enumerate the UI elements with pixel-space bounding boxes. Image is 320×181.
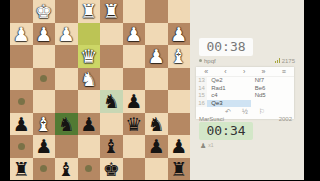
square[interactable]: [78, 158, 101, 181]
legal-move-dot[interactable]: [18, 98, 25, 105]
square[interactable]: [168, 113, 191, 136]
black-knight[interactable]: ♞: [55, 113, 78, 136]
square[interactable]: ♚: [33, 0, 56, 23]
side-panel: 00:38 hpqf 2175 «‹›»≡ 13Qe2Nf714Rad1Be61…: [190, 0, 304, 180]
white-pawn[interactable]: ♟: [10, 23, 33, 46]
white-knight[interactable]: ♞: [78, 68, 101, 91]
legal-move-dot[interactable]: [85, 165, 92, 172]
move-number: 16: [196, 100, 207, 108]
black-pawn[interactable]: ♟: [123, 90, 146, 113]
square[interactable]: ♞: [145, 113, 168, 136]
white-pawn[interactable]: ♟: [145, 45, 168, 68]
white-rook[interactable]: ♜: [100, 0, 123, 23]
square[interactable]: ♝: [33, 113, 56, 136]
resign-button[interactable]: ⚐: [259, 108, 265, 116]
captured-pocket: ♟ x1: [200, 142, 214, 150]
square[interactable]: [10, 0, 33, 23]
player-top-name[interactable]: hpqf: [204, 58, 216, 64]
square[interactable]: [123, 68, 146, 91]
square[interactable]: [55, 45, 78, 68]
legal-move-dot[interactable]: [40, 75, 47, 82]
square[interactable]: ♟: [168, 135, 191, 158]
takeback-button[interactable]: ↶: [225, 108, 231, 116]
white-move[interactable]: c4: [207, 92, 250, 100]
square[interactable]: [123, 135, 146, 158]
square[interactable]: ♝: [55, 158, 78, 181]
black-pawn[interactable]: ♟: [145, 135, 168, 158]
white-pawn[interactable]: ♟: [168, 23, 191, 46]
white-queen[interactable]: ♛: [78, 45, 101, 68]
square[interactable]: ♟: [123, 23, 146, 46]
square[interactable]: ♛: [123, 113, 146, 136]
legal-move-dot[interactable]: [18, 143, 25, 150]
last-move-button[interactable]: »: [262, 67, 266, 76]
square[interactable]: ♞: [78, 68, 101, 91]
square[interactable]: [168, 0, 191, 23]
black-bishop[interactable]: ♝: [55, 158, 78, 181]
white-move[interactable]: Qe3: [207, 100, 250, 108]
square[interactable]: [55, 68, 78, 91]
black-rook[interactable]: ♜: [168, 158, 191, 181]
black-knight[interactable]: ♞: [100, 90, 123, 113]
signal-bars-icon: [275, 58, 281, 64]
white-pawn[interactable]: ♟: [33, 23, 56, 46]
black-move[interactable]: Be6: [251, 85, 294, 93]
black-pawn[interactable]: ♟: [78, 113, 101, 136]
prev-move-button[interactable]: ‹: [224, 67, 226, 76]
black-queen[interactable]: ♛: [123, 113, 146, 136]
square[interactable]: [33, 68, 56, 91]
player-top-rating: 2175: [275, 58, 295, 64]
square[interactable]: [33, 45, 56, 68]
white-king[interactable]: ♚: [33, 0, 56, 23]
square[interactable]: ♜: [78, 0, 101, 23]
move-list: «‹›»≡ 13Qe2Nf714Rad1Be615c4Nd516Qe3 ↶ ½ …: [196, 67, 294, 119]
square[interactable]: [10, 135, 33, 158]
square[interactable]: ♟: [33, 23, 56, 46]
white-bishop[interactable]: ♝: [168, 45, 191, 68]
app-window: ♚♜♜♟♟♟♟♟♛♟♝♞♞♟♟♝♞♟♛♞♟♝♟♟♜♝♚♜ 00:38 hpqf …: [0, 0, 320, 180]
square[interactable]: ♜: [100, 0, 123, 23]
first-move-button[interactable]: «: [204, 67, 208, 76]
black-bishop[interactable]: ♝: [100, 135, 123, 158]
player-top-row: hpqf 2175: [199, 58, 295, 66]
black-king[interactable]: ♚: [100, 158, 123, 181]
square[interactable]: ♟: [145, 45, 168, 68]
square[interactable]: [168, 90, 191, 113]
white-pawn[interactable]: ♟: [55, 23, 78, 46]
square[interactable]: ♝: [168, 45, 191, 68]
game-actions: ↶ ½ ⚐: [196, 107, 294, 116]
square[interactable]: ♟: [33, 135, 56, 158]
black-knight[interactable]: ♞: [145, 113, 168, 136]
square[interactable]: [145, 68, 168, 91]
square[interactable]: [145, 90, 168, 113]
square[interactable]: ♟: [55, 23, 78, 46]
move-row: 15c4Nd5: [196, 92, 294, 100]
square[interactable]: ♟: [78, 113, 101, 136]
black-rook[interactable]: ♜: [10, 158, 33, 181]
black-pawn[interactable]: ♟: [10, 113, 33, 136]
black-pawn[interactable]: ♟: [33, 135, 56, 158]
move-number: 14: [196, 85, 207, 93]
square[interactable]: ♟: [168, 23, 191, 46]
square[interactable]: ♟: [10, 23, 33, 46]
square[interactable]: ♟: [10, 113, 33, 136]
square[interactable]: [55, 0, 78, 23]
square[interactable]: [10, 90, 33, 113]
next-move-button[interactable]: ›: [243, 67, 245, 76]
online-dot: [199, 59, 202, 62]
player-bottom-rating: 2002: [279, 116, 292, 122]
square[interactable]: [100, 113, 123, 136]
square[interactable]: [33, 158, 56, 181]
square[interactable]: [55, 90, 78, 113]
square[interactable]: [55, 135, 78, 158]
square[interactable]: [100, 45, 123, 68]
square[interactable]: [145, 23, 168, 46]
black-move[interactable]: Nf7: [251, 77, 294, 85]
clock-bottom: 00:34: [199, 122, 253, 140]
move-number: 15: [196, 92, 207, 100]
white-move[interactable]: Rad1: [207, 85, 250, 93]
black-pawn[interactable]: ♟: [168, 135, 191, 158]
square[interactable]: ♜: [10, 158, 33, 181]
black-move[interactable]: [251, 100, 294, 108]
square[interactable]: [100, 23, 123, 46]
move-row: 14Rad1Be6: [196, 85, 294, 93]
square[interactable]: [145, 158, 168, 181]
square[interactable]: [10, 68, 33, 91]
move-row: 13Qe2Nf7: [196, 77, 294, 85]
menu-icon[interactable]: ≡: [282, 67, 286, 76]
square[interactable]: [33, 90, 56, 113]
square[interactable]: ♜: [168, 158, 191, 181]
square[interactable]: [168, 68, 191, 91]
legal-move-dot[interactable]: [40, 165, 47, 172]
square[interactable]: [10, 45, 33, 68]
square[interactable]: ♞: [55, 113, 78, 136]
white-bishop[interactable]: ♝: [33, 113, 56, 136]
square[interactable]: [145, 0, 168, 23]
square[interactable]: ♛: [78, 45, 101, 68]
chess-board[interactable]: ♚♜♜♟♟♟♟♟♛♟♝♞♞♟♟♝♞♟♛♞♟♝♟♟♜♝♚♜: [10, 0, 190, 180]
move-number: 13: [196, 77, 207, 85]
square[interactable]: ♞: [100, 90, 123, 113]
white-pawn[interactable]: ♟: [123, 23, 146, 46]
square[interactable]: [78, 23, 101, 46]
square[interactable]: ♟: [145, 135, 168, 158]
square[interactable]: [78, 90, 101, 113]
draw-offer-button[interactable]: ½: [242, 108, 248, 115]
pocket-count: x1: [208, 142, 213, 148]
square[interactable]: [123, 158, 146, 181]
square[interactable]: [100, 68, 123, 91]
white-rook[interactable]: ♜: [78, 0, 101, 23]
square[interactable]: ♝: [100, 135, 123, 158]
square[interactable]: [123, 0, 146, 23]
move-row: 16Qe3: [196, 100, 294, 108]
square[interactable]: [78, 135, 101, 158]
pocket-pawn-icon[interactable]: ♟: [200, 142, 206, 149]
white-move[interactable]: Qe2: [207, 77, 250, 85]
square[interactable]: ♟: [123, 90, 146, 113]
square[interactable]: [123, 45, 146, 68]
black-move[interactable]: Nd5: [251, 92, 294, 100]
letterbox-right: [304, 0, 320, 180]
square[interactable]: ♚: [100, 158, 123, 181]
clock-top: 00:38: [199, 38, 253, 56]
move-nav: «‹›»≡: [196, 67, 294, 77]
